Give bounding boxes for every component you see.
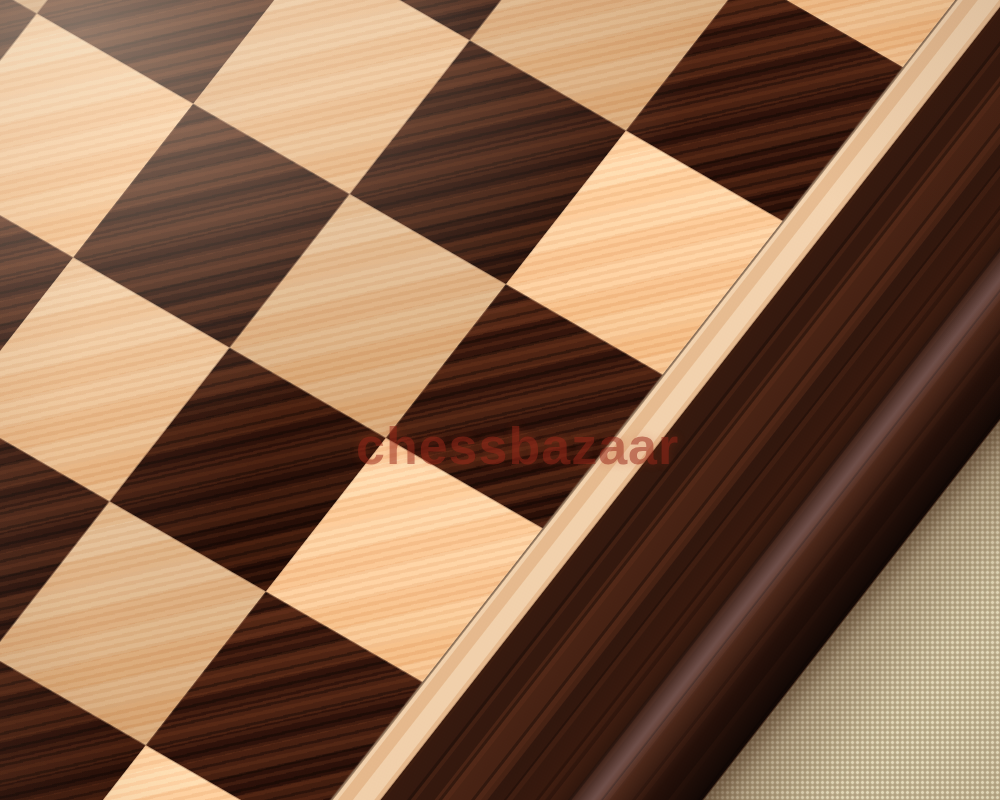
product-photo: chessbazaar (0, 0, 1000, 800)
chess-board (0, 0, 1000, 800)
